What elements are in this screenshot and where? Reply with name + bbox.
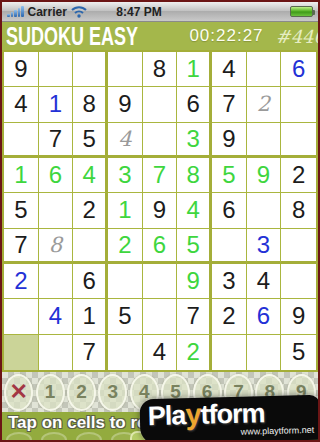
grid-cell-r5c9[interactable]: 8 bbox=[281, 193, 316, 228]
grid-cell-r3c3[interactable]: 5 bbox=[73, 123, 108, 158]
grid-cell-r9c5[interactable]: 4 bbox=[143, 335, 178, 370]
grid-cell-r3c6[interactable]: 3 bbox=[177, 123, 212, 158]
grid-cell-r7c4[interactable] bbox=[108, 264, 143, 299]
grid-cell-r6c1[interactable]: 7 bbox=[4, 229, 39, 264]
grid-cell-r7c7[interactable]: 3 bbox=[212, 264, 247, 299]
grid-cell-r9c8[interactable] bbox=[247, 335, 282, 370]
grid-cell-r3c8[interactable] bbox=[247, 123, 282, 158]
grid-cell-r8c1[interactable] bbox=[4, 299, 39, 334]
grid-cell-r6c4[interactable]: 2 bbox=[108, 229, 143, 264]
app-screen: Carrier 8:47 PM SUDOKU EASY 00:22:27 #44… bbox=[2, 2, 318, 440]
grid-cell-r1c4[interactable] bbox=[108, 52, 143, 87]
grid-cell-r6c2[interactable]: 8 bbox=[39, 229, 74, 264]
grid-cell-r3c2[interactable]: 7 bbox=[39, 123, 74, 158]
grid-cell-r4c9[interactable]: 2 bbox=[281, 158, 316, 193]
grid-cell-r7c3[interactable]: 6 bbox=[73, 264, 108, 299]
puzzle-number: #446 bbox=[276, 26, 320, 47]
grid-cell-r2c6[interactable]: 6 bbox=[177, 87, 212, 122]
grid-cell-r4c4[interactable]: 3 bbox=[108, 158, 143, 193]
grid-cell-r2c8[interactable]: 2 bbox=[247, 87, 282, 122]
grid-cell-r8c5[interactable] bbox=[143, 299, 178, 334]
grid-cell-r3c7[interactable]: 9 bbox=[212, 123, 247, 158]
grid-cell-r9c4[interactable] bbox=[108, 335, 143, 370]
grid-cell-r6c8[interactable]: 3 bbox=[247, 229, 282, 264]
grid-cell-r5c6[interactable]: 4 bbox=[177, 193, 212, 228]
grid-cell-r4c6[interactable]: 8 bbox=[177, 158, 212, 193]
clock: 8:47 PM bbox=[116, 5, 161, 19]
grid-cell-r7c1[interactable]: 2 bbox=[4, 264, 39, 299]
status-bar: Carrier 8:47 PM bbox=[2, 2, 318, 22]
grid-cell-r2c7[interactable]: 7 bbox=[212, 87, 247, 122]
grid-cell-r5c2[interactable] bbox=[39, 193, 74, 228]
number-button-2[interactable]: 2 bbox=[67, 374, 96, 411]
grid-cell-r5c1[interactable]: 5 bbox=[4, 193, 39, 228]
grid-cell-r2c3[interactable]: 8 bbox=[73, 87, 108, 122]
grid-cell-r7c2[interactable] bbox=[39, 264, 74, 299]
number-button-1[interactable]: 1 bbox=[36, 374, 65, 411]
grid-cell-r8c8[interactable]: 6 bbox=[247, 299, 282, 334]
battery-icon bbox=[290, 6, 313, 17]
grid-cell-r1c5[interactable]: 8 bbox=[143, 52, 178, 87]
grid-cell-r1c9[interactable]: 6 bbox=[281, 52, 316, 87]
grid-cell-r3c9[interactable] bbox=[281, 123, 316, 158]
playtform-watermark: Playtform www.playtform.net bbox=[139, 395, 320, 442]
grid-cell-r5c3[interactable]: 2 bbox=[73, 193, 108, 228]
grid-cell-r9c1[interactable] bbox=[4, 335, 39, 370]
grid-cell-r4c7[interactable]: 5 bbox=[212, 158, 247, 193]
grid-cell-r9c6[interactable]: 2 bbox=[177, 335, 212, 370]
wifi-icon bbox=[71, 6, 87, 18]
grid-cell-r3c4[interactable]: 4 bbox=[108, 123, 143, 158]
grid-cell-r6c6[interactable]: 5 bbox=[177, 229, 212, 264]
grid-cell-r9c3[interactable]: 7 bbox=[73, 335, 108, 370]
grid-cell-r4c5[interactable]: 7 bbox=[143, 158, 178, 193]
grid-cell-r9c7[interactable] bbox=[212, 335, 247, 370]
grid-cell-r5c8[interactable] bbox=[247, 193, 282, 228]
grid-cell-r4c8[interactable]: 9 bbox=[247, 158, 282, 193]
grid-cell-r7c5[interactable] bbox=[143, 264, 178, 299]
grid-cell-r4c1[interactable]: 1 bbox=[4, 158, 39, 193]
grid-cell-r1c7[interactable]: 4 bbox=[212, 52, 247, 87]
grid-cell-r9c2[interactable] bbox=[39, 335, 74, 370]
grid-cell-r8c7[interactable]: 2 bbox=[212, 299, 247, 334]
timer: 00:22:27 bbox=[189, 26, 263, 46]
grid-cell-r5c7[interactable]: 6 bbox=[212, 193, 247, 228]
grid-cell-r1c6[interactable]: 1 bbox=[177, 52, 212, 87]
grid-cell-r1c1[interactable]: 9 bbox=[4, 52, 39, 87]
grid-cell-r3c5[interactable] bbox=[143, 123, 178, 158]
grid-cell-r2c1[interactable]: 4 bbox=[4, 87, 39, 122]
grid-cell-r7c9[interactable] bbox=[281, 264, 316, 299]
grid-cell-r8c2[interactable]: 4 bbox=[39, 299, 74, 334]
grid-cell-r2c2[interactable]: 1 bbox=[39, 87, 74, 122]
grid-cell-r6c3[interactable] bbox=[73, 229, 108, 264]
number-button-3[interactable]: 3 bbox=[98, 374, 127, 411]
grid-cell-r5c4[interactable]: 1 bbox=[108, 193, 143, 228]
sudoku-grid: 9814641896727543916437859252194687826532… bbox=[2, 50, 318, 372]
grid-cell-r2c4[interactable]: 9 bbox=[108, 87, 143, 122]
grid-cell-r7c6[interactable]: 9 bbox=[177, 264, 212, 299]
erase-button[interactable]: ✕ bbox=[4, 374, 33, 411]
grid-cell-r9c9[interactable]: 5 bbox=[281, 335, 316, 370]
grid-cell-r6c9[interactable] bbox=[281, 229, 316, 264]
grid-cell-r4c3[interactable]: 4 bbox=[73, 158, 108, 193]
grid-cell-r4c2[interactable]: 6 bbox=[39, 158, 74, 193]
carrier-label: Carrier bbox=[28, 5, 67, 19]
signal-strength-icon bbox=[7, 6, 24, 17]
grid-cell-r8c9[interactable]: 9 bbox=[281, 299, 316, 334]
grid-cell-r6c5[interactable]: 6 bbox=[143, 229, 178, 264]
grid-cell-r5c5[interactable]: 9 bbox=[143, 193, 178, 228]
grid-cell-r3c1[interactable] bbox=[4, 123, 39, 158]
grid-cell-r1c8[interactable] bbox=[247, 52, 282, 87]
grid-cell-r1c2[interactable] bbox=[39, 52, 74, 87]
grid-cell-r1c3[interactable] bbox=[73, 52, 108, 87]
header: SUDOKU EASY 00:22:27 #446 bbox=[2, 22, 318, 50]
grid-cell-r2c9[interactable] bbox=[281, 87, 316, 122]
hidden-buttons-row-peek bbox=[6, 432, 137, 440]
grid-cell-r8c3[interactable]: 1 bbox=[73, 299, 108, 334]
grid-cell-r7c8[interactable]: 4 bbox=[247, 264, 282, 299]
grid-cell-r8c4[interactable]: 5 bbox=[108, 299, 143, 334]
grid-cell-r6c7[interactable] bbox=[212, 229, 247, 264]
app-title: SUDOKU EASY bbox=[6, 23, 138, 49]
grid-cell-r2c5[interactable] bbox=[143, 87, 178, 122]
grid-cell-r8c6[interactable]: 7 bbox=[177, 299, 212, 334]
